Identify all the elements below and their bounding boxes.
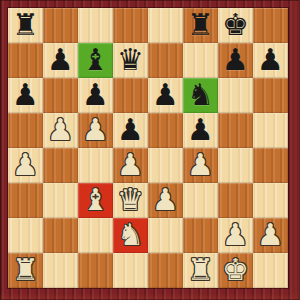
square-c5[interactable]: ♟ <box>78 113 113 148</box>
square-c1[interactable] <box>78 253 113 288</box>
square-e7[interactable] <box>148 43 183 78</box>
square-f7[interactable] <box>183 43 218 78</box>
white-rook-piece[interactable]: ♜ <box>187 255 214 285</box>
square-h8[interactable] <box>253 8 288 43</box>
black-pawn-piece[interactable]: ♟ <box>117 115 144 145</box>
square-f3[interactable] <box>183 183 218 218</box>
black-pawn-piece[interactable]: ♟ <box>12 80 39 110</box>
square-h4[interactable] <box>253 148 288 183</box>
square-c8[interactable] <box>78 8 113 43</box>
square-g7[interactable]: ♟ <box>218 43 253 78</box>
square-b3[interactable] <box>43 183 78 218</box>
white-pawn-piece[interactable]: ♟ <box>47 115 74 145</box>
square-a7[interactable] <box>8 43 43 78</box>
square-d8[interactable] <box>113 8 148 43</box>
square-a4[interactable]: ♟ <box>8 148 43 183</box>
white-pawn-piece[interactable]: ♟ <box>257 220 284 250</box>
square-d6[interactable] <box>113 78 148 113</box>
square-a8[interactable]: ♜ <box>8 8 43 43</box>
chess-board: ♜♜♚♟♝♛♟♟♟♟♟♞♟♟♟♟♟♟♟♝♛♟♞♟♟♜♜♚ <box>8 8 288 288</box>
black-knight-piece[interactable]: ♞ <box>187 80 214 110</box>
square-b7[interactable]: ♟ <box>43 43 78 78</box>
square-b1[interactable] <box>43 253 78 288</box>
square-d2[interactable]: ♞ <box>113 218 148 253</box>
white-rook-piece[interactable]: ♜ <box>12 255 39 285</box>
black-rook-piece[interactable]: ♜ <box>187 10 214 40</box>
white-queen-piece[interactable]: ♛ <box>117 185 144 215</box>
white-king-piece[interactable]: ♚ <box>222 255 249 285</box>
square-h1[interactable] <box>253 253 288 288</box>
square-b2[interactable] <box>43 218 78 253</box>
square-f1[interactable]: ♜ <box>183 253 218 288</box>
board-frame: ♜♜♚♟♝♛♟♟♟♟♟♞♟♟♟♟♟♟♟♝♛♟♞♟♟♜♜♚ <box>0 0 300 300</box>
square-e8[interactable] <box>148 8 183 43</box>
square-a1[interactable]: ♜ <box>8 253 43 288</box>
black-bishop-piece[interactable]: ♝ <box>82 45 109 75</box>
square-e1[interactable] <box>148 253 183 288</box>
black-pawn-piece[interactable]: ♟ <box>222 45 249 75</box>
white-pawn-piece[interactable]: ♟ <box>82 115 109 145</box>
square-f5[interactable]: ♟ <box>183 113 218 148</box>
square-b8[interactable] <box>43 8 78 43</box>
black-pawn-piece[interactable]: ♟ <box>82 80 109 110</box>
square-f8[interactable]: ♜ <box>183 8 218 43</box>
square-a3[interactable] <box>8 183 43 218</box>
square-d1[interactable] <box>113 253 148 288</box>
white-knight-piece[interactable]: ♞ <box>117 220 144 250</box>
square-d7[interactable]: ♛ <box>113 43 148 78</box>
square-g8[interactable]: ♚ <box>218 8 253 43</box>
white-pawn-piece[interactable]: ♟ <box>222 220 249 250</box>
square-h2[interactable]: ♟ <box>253 218 288 253</box>
white-pawn-piece[interactable]: ♟ <box>152 185 179 215</box>
square-h6[interactable] <box>253 78 288 113</box>
square-d3[interactable]: ♛ <box>113 183 148 218</box>
square-f6[interactable]: ♞ <box>183 78 218 113</box>
square-a2[interactable] <box>8 218 43 253</box>
square-b4[interactable] <box>43 148 78 183</box>
square-g4[interactable] <box>218 148 253 183</box>
black-queen-piece[interactable]: ♛ <box>117 45 144 75</box>
square-g2[interactable]: ♟ <box>218 218 253 253</box>
black-rook-piece[interactable]: ♜ <box>12 10 39 40</box>
square-b5[interactable]: ♟ <box>43 113 78 148</box>
square-a5[interactable] <box>8 113 43 148</box>
square-c2[interactable] <box>78 218 113 253</box>
black-pawn-piece[interactable]: ♟ <box>47 45 74 75</box>
square-g3[interactable] <box>218 183 253 218</box>
white-bishop-piece[interactable]: ♝ <box>82 185 109 215</box>
square-h3[interactable] <box>253 183 288 218</box>
square-e3[interactable]: ♟ <box>148 183 183 218</box>
white-pawn-piece[interactable]: ♟ <box>12 150 39 180</box>
square-d5[interactable]: ♟ <box>113 113 148 148</box>
square-c7[interactable]: ♝ <box>78 43 113 78</box>
square-h5[interactable] <box>253 113 288 148</box>
black-pawn-piece[interactable]: ♟ <box>152 80 179 110</box>
square-e2[interactable] <box>148 218 183 253</box>
square-e4[interactable] <box>148 148 183 183</box>
square-c6[interactable]: ♟ <box>78 78 113 113</box>
square-a6[interactable]: ♟ <box>8 78 43 113</box>
square-g1[interactable]: ♚ <box>218 253 253 288</box>
black-king-piece[interactable]: ♚ <box>222 10 249 40</box>
square-c4[interactable] <box>78 148 113 183</box>
square-h7[interactable]: ♟ <box>253 43 288 78</box>
square-e6[interactable]: ♟ <box>148 78 183 113</box>
square-g6[interactable] <box>218 78 253 113</box>
square-d4[interactable]: ♟ <box>113 148 148 183</box>
square-c3[interactable]: ♝ <box>78 183 113 218</box>
white-pawn-piece[interactable]: ♟ <box>117 150 144 180</box>
square-g5[interactable] <box>218 113 253 148</box>
white-pawn-piece[interactable]: ♟ <box>187 150 214 180</box>
black-pawn-piece[interactable]: ♟ <box>257 45 284 75</box>
square-f2[interactable] <box>183 218 218 253</box>
square-e5[interactable] <box>148 113 183 148</box>
square-b6[interactable] <box>43 78 78 113</box>
black-pawn-piece[interactable]: ♟ <box>187 115 214 145</box>
square-f4[interactable]: ♟ <box>183 148 218 183</box>
